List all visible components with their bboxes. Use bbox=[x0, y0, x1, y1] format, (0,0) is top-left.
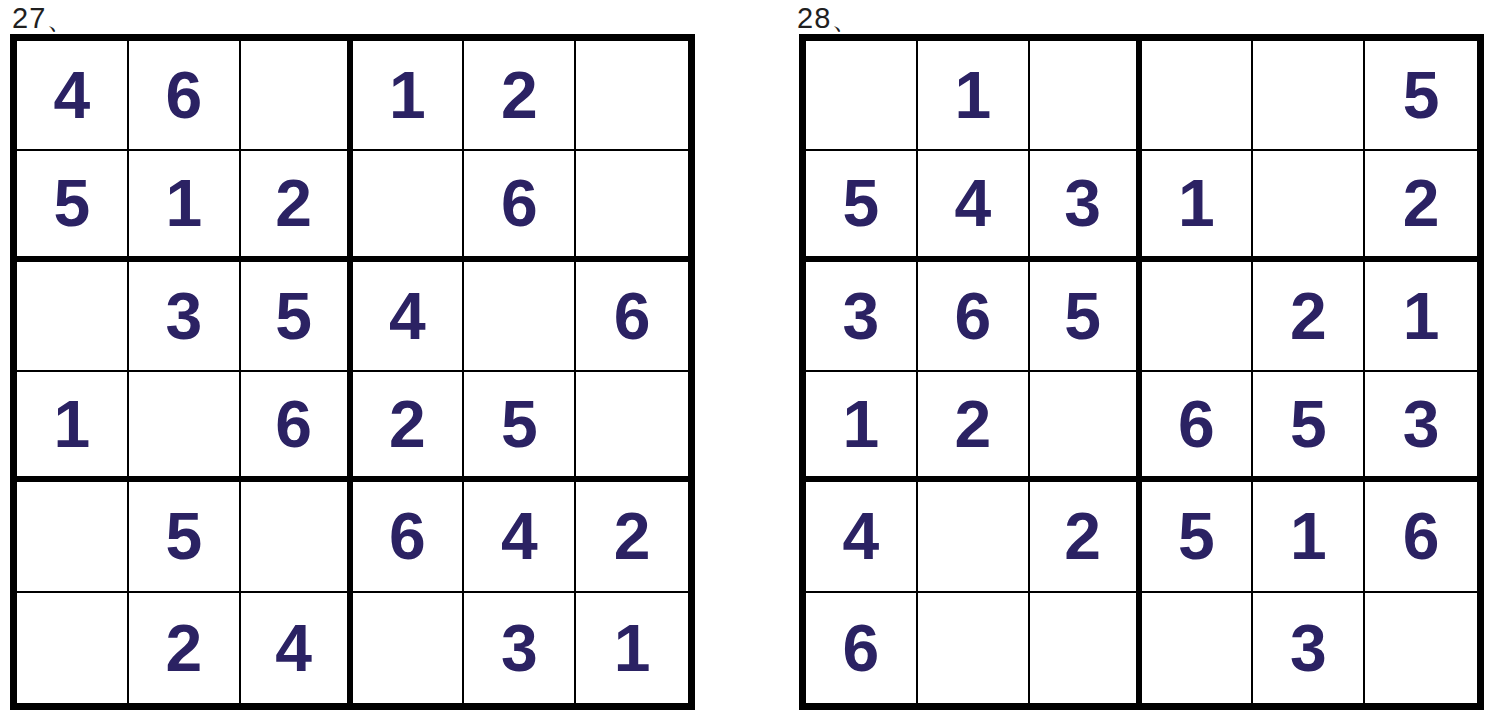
puzzle-27-cell-r1c4: 1 bbox=[353, 41, 465, 151]
puzzle-28-cell-r6c1: 6 bbox=[806, 593, 918, 703]
puzzle-27-cell-r6c4 bbox=[353, 593, 465, 703]
puzzle-27-cell-r2c1: 5 bbox=[17, 151, 129, 261]
puzzle-27-cell-r5c5: 4 bbox=[464, 482, 576, 592]
puzzle-27-cell-r2c5: 6 bbox=[464, 151, 576, 261]
puzzle-27-cell-r2c2: 1 bbox=[129, 151, 241, 261]
puzzle-28-cell-r5c5: 1 bbox=[1253, 482, 1365, 592]
puzzle-27-cell-r2c6 bbox=[576, 151, 688, 261]
puzzle-28-cell-r5c6: 6 bbox=[1365, 482, 1477, 592]
puzzle-27-cell-r3c6: 6 bbox=[576, 262, 688, 372]
puzzle-27-cell-r5c3 bbox=[241, 482, 353, 592]
puzzle-28-cell-r2c3: 3 bbox=[1030, 151, 1142, 261]
puzzle-27-cell-r3c3: 5 bbox=[241, 262, 353, 372]
puzzle-27-cell-r6c1 bbox=[17, 593, 129, 703]
puzzle-28-cell-r3c1: 3 bbox=[806, 262, 918, 372]
puzzle-28-cell-r2c6: 2 bbox=[1365, 151, 1477, 261]
puzzle-28-cell-r3c2: 6 bbox=[918, 262, 1030, 372]
puzzle-27-cell-r5c4: 6 bbox=[353, 482, 465, 592]
puzzle-28-cell-r1c2: 1 bbox=[918, 41, 1030, 151]
puzzle-27-cell-r6c3: 4 bbox=[241, 593, 353, 703]
puzzle-28-cell-r6c2 bbox=[918, 593, 1030, 703]
puzzle-28-cell-r5c1: 4 bbox=[806, 482, 918, 592]
puzzle-27-cell-r6c5: 3 bbox=[464, 593, 576, 703]
sudoku-grid-28: 155431236521126534251663 bbox=[799, 34, 1484, 710]
puzzle-28-cell-r4c5: 5 bbox=[1253, 372, 1365, 482]
puzzle-28-cell-r3c4 bbox=[1142, 262, 1254, 372]
puzzle-27-cell-r3c5 bbox=[464, 262, 576, 372]
puzzle-28-cell-r2c2: 4 bbox=[918, 151, 1030, 261]
puzzle-27-cell-r3c1 bbox=[17, 262, 129, 372]
puzzle-27-cell-r1c1: 4 bbox=[17, 41, 129, 151]
puzzle-28-cell-r4c3 bbox=[1030, 372, 1142, 482]
puzzle-28-cell-r4c6: 3 bbox=[1365, 372, 1477, 482]
puzzle-27-cell-r2c4 bbox=[353, 151, 465, 261]
puzzle-28-cell-r1c6: 5 bbox=[1365, 41, 1477, 151]
puzzle-27-cell-r4c3: 6 bbox=[241, 372, 353, 482]
puzzle-28-cell-r5c3: 2 bbox=[1030, 482, 1142, 592]
puzzle-27-cell-r5c6: 2 bbox=[576, 482, 688, 592]
puzzle-27-cell-r1c5: 2 bbox=[464, 41, 576, 151]
sudoku-grid-27: 461251263546162556422431 bbox=[10, 34, 695, 710]
puzzle-28-cell-r2c1: 5 bbox=[806, 151, 918, 261]
puzzle-27-cell-r4c4: 2 bbox=[353, 372, 465, 482]
puzzle-28-cell-r2c4: 1 bbox=[1142, 151, 1254, 261]
puzzle-28-cell-r3c3: 5 bbox=[1030, 262, 1142, 372]
puzzle-28-cell-r1c5 bbox=[1253, 41, 1365, 151]
puzzle-28-cell-r5c2 bbox=[918, 482, 1030, 592]
puzzle-28-cell-r6c5: 3 bbox=[1253, 593, 1365, 703]
puzzle-28-cell-r3c5: 2 bbox=[1253, 262, 1365, 372]
puzzle-28-cell-r1c4 bbox=[1142, 41, 1254, 151]
puzzle-28-cell-r1c1 bbox=[806, 41, 918, 151]
puzzle-27-cell-r6c6: 1 bbox=[576, 593, 688, 703]
puzzle-28-cell-r1c3 bbox=[1030, 41, 1142, 151]
puzzle-28-cell-r6c6 bbox=[1365, 593, 1477, 703]
puzzle-28-label: 28、 bbox=[797, 2, 861, 34]
puzzle-27-cell-r1c2: 6 bbox=[129, 41, 241, 151]
puzzle-28-cell-r4c1: 1 bbox=[806, 372, 918, 482]
puzzle-27-cell-r1c3 bbox=[241, 41, 353, 151]
puzzle-28-cell-r2c5 bbox=[1253, 151, 1365, 261]
puzzle-28-cell-r6c3 bbox=[1030, 593, 1142, 703]
puzzle-28-cell-r4c4: 6 bbox=[1142, 372, 1254, 482]
puzzle-27-cell-r3c4: 4 bbox=[353, 262, 465, 372]
puzzle-27-label: 27、 bbox=[12, 2, 76, 34]
puzzle-27-cell-r4c1: 1 bbox=[17, 372, 129, 482]
puzzle-28-cell-r6c4 bbox=[1142, 593, 1254, 703]
puzzle-28-cell-r4c2: 2 bbox=[918, 372, 1030, 482]
puzzle-27-cell-r4c6 bbox=[576, 372, 688, 482]
puzzle-27-cell-r4c2 bbox=[129, 372, 241, 482]
puzzle-27-cell-r3c2: 3 bbox=[129, 262, 241, 372]
worksheet-page: 27、 461251263546162556422431 28、 1554312… bbox=[0, 0, 1488, 716]
puzzle-27-cell-r4c5: 5 bbox=[464, 372, 576, 482]
puzzle-27-cell-r2c3: 2 bbox=[241, 151, 353, 261]
puzzle-28-cell-r5c4: 5 bbox=[1142, 482, 1254, 592]
puzzle-27-cell-r5c2: 5 bbox=[129, 482, 241, 592]
puzzle-27-cell-r6c2: 2 bbox=[129, 593, 241, 703]
puzzle-28-cell-r3c6: 1 bbox=[1365, 262, 1477, 372]
puzzle-27-cell-r5c1 bbox=[17, 482, 129, 592]
puzzle-27-cell-r1c6 bbox=[576, 41, 688, 151]
